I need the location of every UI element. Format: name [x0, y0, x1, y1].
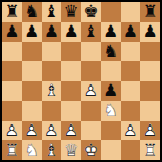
piece-black-pawn[interactable]: ♟ — [22, 22, 42, 42]
square-d4[interactable] — [61, 81, 81, 101]
square-d1[interactable]: ♛♕ — [61, 140, 81, 160]
piece-black-pawn[interactable]: ♟ — [42, 22, 62, 42]
white-pawn-outline: ♙ — [81, 81, 101, 101]
piece-white-king[interactable]: ♚♔ — [81, 140, 101, 160]
white-pawn-outline: ♙ — [42, 121, 62, 141]
black-pawn-glyph: ♟ — [121, 22, 141, 42]
piece-black-pawn[interactable]: ♟ — [140, 22, 160, 42]
piece-black-queen[interactable]: ♛ — [61, 2, 81, 22]
chess-board-frame: ♜♞♝♛♚♜♟♟♟♟♝♟♟♟♞♝♗♟♙♟♞♘♟♙♟♙♟♙♟♙♟♙♟♙♜♖♞♘♝♗… — [0, 0, 162, 162]
black-pawn-glyph: ♟ — [42, 22, 62, 42]
piece-white-rook[interactable]: ♜♖ — [2, 140, 22, 160]
white-knight-outline: ♘ — [22, 140, 42, 160]
square-c4[interactable]: ♝♗ — [42, 81, 62, 101]
black-pawn-glyph: ♟ — [22, 22, 42, 42]
square-f7[interactable]: ♟ — [101, 22, 121, 42]
piece-black-king[interactable]: ♚ — [81, 2, 101, 22]
black-king-glyph: ♚ — [81, 2, 101, 22]
piece-white-queen[interactable]: ♛♕ — [61, 140, 81, 160]
piece-white-knight[interactable]: ♞♘ — [101, 101, 121, 121]
piece-black-bishop[interactable]: ♝ — [42, 2, 62, 22]
piece-white-bishop[interactable]: ♝♗ — [42, 140, 62, 160]
square-a3[interactable] — [2, 101, 22, 121]
white-pawn-outline: ♙ — [140, 121, 160, 141]
square-e5[interactable] — [81, 61, 101, 81]
square-c2[interactable]: ♟♙ — [42, 121, 62, 141]
square-d6[interactable] — [61, 42, 81, 62]
square-f1[interactable] — [101, 140, 121, 160]
square-d8[interactable]: ♛ — [61, 2, 81, 22]
white-bishop-outline: ♗ — [42, 81, 62, 101]
square-g5[interactable] — [121, 61, 141, 81]
square-b5[interactable] — [22, 61, 42, 81]
square-f6[interactable]: ♞ — [101, 42, 121, 62]
square-a6[interactable] — [2, 42, 22, 62]
square-e8[interactable]: ♚ — [81, 2, 101, 22]
black-pawn-glyph: ♟ — [101, 22, 121, 42]
square-e2[interactable] — [81, 121, 101, 141]
black-rook-glyph: ♜ — [2, 2, 22, 22]
square-g4[interactable] — [121, 81, 141, 101]
white-rook-outline: ♖ — [140, 140, 160, 160]
black-bishop-glyph: ♝ — [81, 22, 101, 42]
square-b6[interactable] — [22, 42, 42, 62]
piece-black-rook[interactable]: ♜ — [140, 2, 160, 22]
square-h3[interactable] — [140, 101, 160, 121]
piece-white-pawn[interactable]: ♟♙ — [121, 121, 141, 141]
black-rook-glyph: ♜ — [140, 2, 160, 22]
white-pawn-outline: ♙ — [22, 121, 42, 141]
square-c5[interactable] — [42, 61, 62, 81]
square-a4[interactable] — [2, 81, 22, 101]
square-g7[interactable]: ♟ — [121, 22, 141, 42]
black-pawn-glyph: ♟ — [61, 22, 81, 42]
square-g3[interactable] — [121, 101, 141, 121]
piece-white-knight[interactable]: ♞♘ — [22, 140, 42, 160]
white-pawn-outline: ♙ — [121, 121, 141, 141]
piece-black-pawn[interactable]: ♟ — [101, 22, 121, 42]
piece-black-knight[interactable]: ♞ — [101, 42, 121, 62]
square-b3[interactable] — [22, 101, 42, 121]
piece-white-pawn[interactable]: ♟♙ — [81, 81, 101, 101]
piece-black-pawn[interactable]: ♟ — [101, 81, 121, 101]
square-e6[interactable] — [81, 42, 101, 62]
square-d2[interactable]: ♟♙ — [61, 121, 81, 141]
white-king-outline: ♔ — [81, 140, 101, 160]
black-pawn-glyph: ♟ — [101, 81, 121, 101]
square-f4[interactable]: ♟ — [101, 81, 121, 101]
square-f8[interactable] — [101, 2, 121, 22]
square-h8[interactable]: ♜ — [140, 2, 160, 22]
square-h6[interactable] — [140, 42, 160, 62]
piece-white-pawn[interactable]: ♟♙ — [42, 121, 62, 141]
square-h7[interactable]: ♟ — [140, 22, 160, 42]
square-b7[interactable]: ♟ — [22, 22, 42, 42]
piece-white-pawn[interactable]: ♟♙ — [61, 121, 81, 141]
white-knight-outline: ♘ — [101, 101, 121, 121]
piece-white-pawn[interactable]: ♟♙ — [22, 121, 42, 141]
white-pawn-outline: ♙ — [2, 121, 22, 141]
square-h4[interactable] — [140, 81, 160, 101]
white-rook-outline: ♖ — [2, 140, 22, 160]
square-a8[interactable]: ♜ — [2, 2, 22, 22]
square-a2[interactable]: ♟♙ — [2, 121, 22, 141]
square-b2[interactable]: ♟♙ — [22, 121, 42, 141]
piece-black-bishop[interactable]: ♝ — [81, 22, 101, 42]
square-d3[interactable] — [61, 101, 81, 121]
square-h2[interactable]: ♟♙ — [140, 121, 160, 141]
piece-white-pawn[interactable]: ♟♙ — [2, 121, 22, 141]
square-e7[interactable]: ♝ — [81, 22, 101, 42]
chess-board: ♜♞♝♛♚♜♟♟♟♟♝♟♟♟♞♝♗♟♙♟♞♘♟♙♟♙♟♙♟♙♟♙♟♙♜♖♞♘♝♗… — [2, 2, 160, 160]
piece-white-rook[interactable]: ♜♖ — [140, 140, 160, 160]
square-d5[interactable] — [61, 61, 81, 81]
square-d7[interactable]: ♟ — [61, 22, 81, 42]
square-f5[interactable] — [101, 61, 121, 81]
piece-black-pawn[interactable]: ♟ — [121, 22, 141, 42]
piece-black-rook[interactable]: ♜ — [2, 2, 22, 22]
square-b4[interactable] — [22, 81, 42, 101]
square-c6[interactable] — [42, 42, 62, 62]
square-c1[interactable]: ♝♗ — [42, 140, 62, 160]
square-f2[interactable] — [101, 121, 121, 141]
piece-white-pawn[interactable]: ♟♙ — [140, 121, 160, 141]
black-pawn-glyph: ♟ — [2, 22, 22, 42]
black-knight-glyph: ♞ — [22, 2, 42, 22]
square-c8[interactable]: ♝ — [42, 2, 62, 22]
white-pawn-outline: ♙ — [61, 121, 81, 141]
black-pawn-glyph: ♟ — [140, 22, 160, 42]
square-c3[interactable] — [42, 101, 62, 121]
square-b8[interactable]: ♞ — [22, 2, 42, 22]
square-a7[interactable]: ♟ — [2, 22, 22, 42]
square-e4[interactable]: ♟♙ — [81, 81, 101, 101]
square-b1[interactable]: ♞♘ — [22, 140, 42, 160]
square-g1[interactable] — [121, 140, 141, 160]
piece-black-pawn[interactable]: ♟ — [61, 22, 81, 42]
white-queen-outline: ♕ — [61, 140, 81, 160]
square-g6[interactable] — [121, 42, 141, 62]
black-bishop-glyph: ♝ — [42, 2, 62, 22]
square-f3[interactable]: ♞♘ — [101, 101, 121, 121]
square-e3[interactable] — [81, 101, 101, 121]
square-h1[interactable]: ♜♖ — [140, 140, 160, 160]
square-g2[interactable]: ♟♙ — [121, 121, 141, 141]
square-c7[interactable]: ♟ — [42, 22, 62, 42]
square-a5[interactable] — [2, 61, 22, 81]
piece-white-bishop[interactable]: ♝♗ — [42, 81, 62, 101]
square-g8[interactable] — [121, 2, 141, 22]
piece-black-knight[interactable]: ♞ — [22, 2, 42, 22]
black-queen-glyph: ♛ — [61, 2, 81, 22]
piece-black-pawn[interactable]: ♟ — [2, 22, 22, 42]
square-h5[interactable] — [140, 61, 160, 81]
square-e1[interactable]: ♚♔ — [81, 140, 101, 160]
square-a1[interactable]: ♜♖ — [2, 140, 22, 160]
white-bishop-outline: ♗ — [42, 140, 62, 160]
black-knight-glyph: ♞ — [101, 42, 121, 62]
